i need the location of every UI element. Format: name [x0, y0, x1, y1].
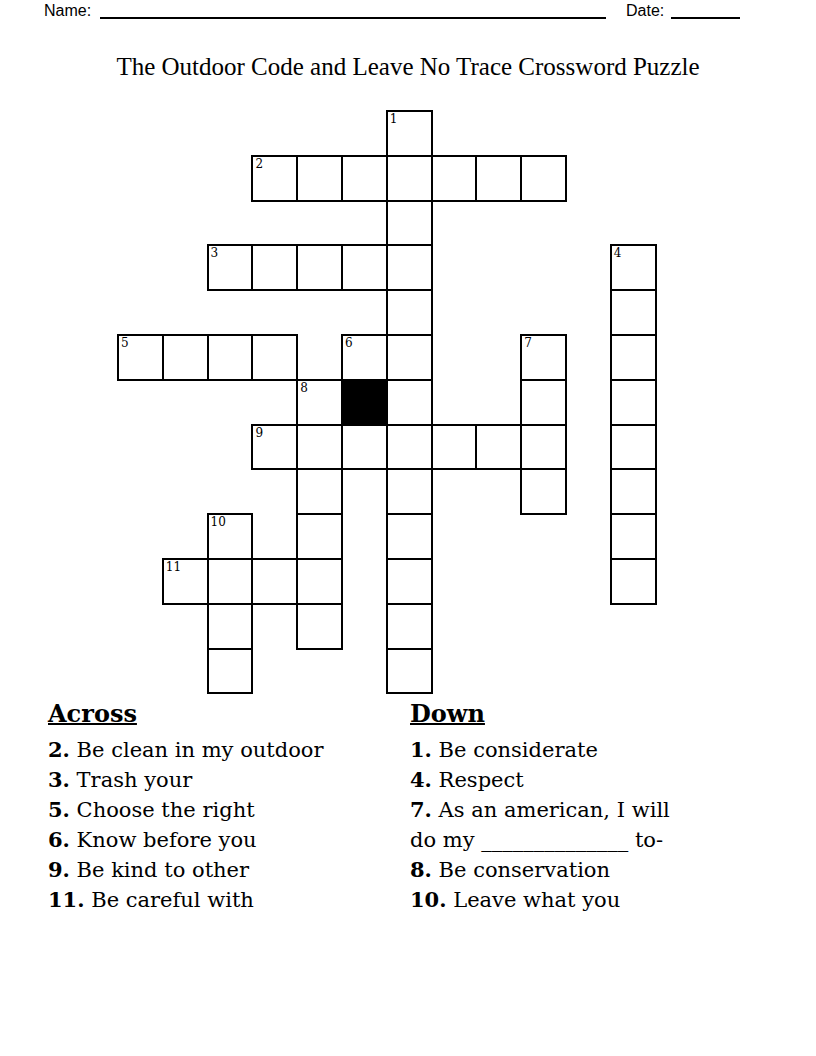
across-heading: Across — [48, 700, 398, 728]
grid-cell-1-9[interactable] — [520, 155, 567, 202]
cell-number-7: 7 — [524, 336, 532, 350]
grid-cell-7-9[interactable] — [520, 424, 567, 471]
clue-across-3: 3. Trash your — [48, 765, 398, 795]
grid-cell-3-4[interactable] — [296, 244, 343, 291]
clue-across-5: 5. Choose the right — [48, 795, 398, 825]
grid-cell-11-4[interactable] — [296, 603, 343, 650]
grid-cell-9-6[interactable] — [386, 513, 433, 560]
grid-cell-5-0[interactable]: 5 — [117, 334, 164, 381]
grid-cell-8-9[interactable] — [520, 468, 567, 515]
grid-cell-6-4[interactable]: 8 — [296, 379, 343, 426]
clue-number: 2. — [48, 737, 70, 762]
down-clue-list: 1. Be considerate4. Respect7. As an amer… — [410, 735, 760, 915]
grid-cell-10-11[interactable] — [610, 558, 657, 605]
grid-cell-6-6[interactable] — [386, 379, 433, 426]
grid-cell-3-2[interactable]: 3 — [207, 244, 254, 291]
grid-cell-4-11[interactable] — [610, 289, 657, 336]
cell-number-2: 2 — [255, 157, 263, 171]
grid-cell-7-11[interactable] — [610, 424, 657, 471]
cell-number-9: 9 — [255, 426, 263, 440]
grid-cell-10-2[interactable] — [207, 558, 254, 605]
grid-cell-8-6[interactable] — [386, 468, 433, 515]
cell-number-8: 8 — [300, 381, 308, 395]
grid-cell-8-4[interactable] — [296, 468, 343, 515]
grid-cell-5-9[interactable]: 7 — [520, 334, 567, 381]
grid-cell-9-4[interactable] — [296, 513, 343, 560]
grid-cell-7-6[interactable] — [386, 424, 433, 471]
grid-cell-1-7[interactable] — [431, 155, 478, 202]
clue-down-4: 4. Respect — [410, 765, 760, 795]
clue-number: 1. — [410, 737, 432, 762]
clue-down-10: 10. Leave what you — [410, 885, 760, 915]
grid-cell-11-6[interactable] — [386, 603, 433, 650]
cell-number-3: 3 — [211, 246, 219, 260]
clue-number: 10. — [410, 887, 447, 912]
grid-cell-5-3[interactable] — [251, 334, 298, 381]
grid-cell-5-6[interactable] — [386, 334, 433, 381]
grid-cell-5-5[interactable]: 6 — [341, 334, 388, 381]
across-clue-list: 2. Be clean in my outdoor3. Trash your5.… — [48, 735, 398, 915]
grid-cell-1-6[interactable] — [386, 155, 433, 202]
crossword-grid: 1234567891011 — [117, 110, 657, 695]
clue-down-8: 8. Be conservation — [410, 855, 760, 885]
clue-number: 4. — [410, 767, 432, 792]
down-heading: Down — [410, 700, 760, 728]
grid-cell-9-11[interactable] — [610, 513, 657, 560]
clue-number: 9. — [48, 857, 70, 882]
grid-cell-4-6[interactable] — [386, 289, 433, 336]
clue-down-7: 7. As an american, I will — [410, 795, 760, 825]
down-clues-section: Down 1. Be considerate4. Respect7. As an… — [410, 700, 760, 915]
grid-cell-3-5[interactable] — [341, 244, 388, 291]
grid-cell-10-1[interactable]: 11 — [162, 558, 209, 605]
grid-cell-11-2[interactable] — [207, 603, 254, 650]
grid-cell-3-6[interactable] — [386, 244, 433, 291]
grid-cell-5-2[interactable] — [207, 334, 254, 381]
cell-number-10: 10 — [211, 515, 226, 529]
grid-cell-6-11[interactable] — [610, 379, 657, 426]
cell-number-11: 11 — [166, 560, 181, 574]
grid-cell-0-6[interactable]: 1 — [386, 110, 433, 157]
clue-down-7-line2: do my ______________ to- — [410, 825, 760, 855]
cell-number-4: 4 — [614, 246, 622, 260]
grid-cell-1-5[interactable] — [341, 155, 388, 202]
worksheet-page: Name: Date: The Outdoor Code and Leave N… — [0, 0, 816, 1056]
date-blank-line[interactable] — [671, 0, 740, 19]
grid-cell-10-4[interactable] — [296, 558, 343, 605]
grid-cell-8-11[interactable] — [610, 468, 657, 515]
name-label: Name: — [44, 1, 91, 20]
grid-cell-5-11[interactable] — [610, 334, 657, 381]
grid-cell-5-1[interactable] — [162, 334, 209, 381]
grid-cell-9-2[interactable]: 10 — [207, 513, 254, 560]
clue-number: 11. — [48, 887, 85, 912]
grid-cell-7-3[interactable]: 9 — [251, 424, 298, 471]
grid-cell-10-6[interactable] — [386, 558, 433, 605]
across-clues-section: Across 2. Be clean in my outdoor3. Trash… — [48, 700, 398, 915]
date-label: Date: — [626, 1, 664, 20]
grid-cell-10-3[interactable] — [251, 558, 298, 605]
clue-across-9: 9. Be kind to other — [48, 855, 398, 885]
clue-number: 6. — [48, 827, 70, 852]
grid-cell-7-4[interactable] — [296, 424, 343, 471]
grid-cell-7-5[interactable] — [341, 424, 388, 471]
clue-across-6: 6. Know before you — [48, 825, 398, 855]
clue-down-1: 1. Be considerate — [410, 735, 760, 765]
grid-cell-12-6[interactable] — [386, 648, 433, 695]
clue-number: 7. — [410, 797, 432, 822]
clue-number: 8. — [410, 857, 432, 882]
grid-cell-6-9[interactable] — [520, 379, 567, 426]
clue-number: 5. — [48, 797, 70, 822]
black-cell — [341, 379, 388, 426]
grid-cell-1-8[interactable] — [475, 155, 522, 202]
clue-across-11: 11. Be careful with — [48, 885, 398, 915]
clue-across-2: 2. Be clean in my outdoor — [48, 735, 398, 765]
name-blank-line[interactable] — [100, 0, 606, 19]
cell-number-5: 5 — [121, 336, 129, 350]
grid-cell-2-6[interactable] — [386, 200, 433, 247]
cell-number-6: 6 — [345, 336, 353, 350]
cell-number-1: 1 — [390, 112, 398, 126]
grid-cell-3-11[interactable]: 4 — [610, 244, 657, 291]
grid-cell-1-4[interactable] — [296, 155, 343, 202]
puzzle-title: The Outdoor Code and Leave No Trace Cros… — [0, 53, 816, 81]
grid-cell-3-3[interactable] — [251, 244, 298, 291]
grid-cell-1-3[interactable]: 2 — [251, 155, 298, 202]
clue-number: 3. — [48, 767, 70, 792]
grid-cell-12-2[interactable] — [207, 648, 254, 695]
grid-cell-7-7[interactable] — [431, 424, 478, 471]
grid-cell-7-8[interactable] — [475, 424, 522, 471]
